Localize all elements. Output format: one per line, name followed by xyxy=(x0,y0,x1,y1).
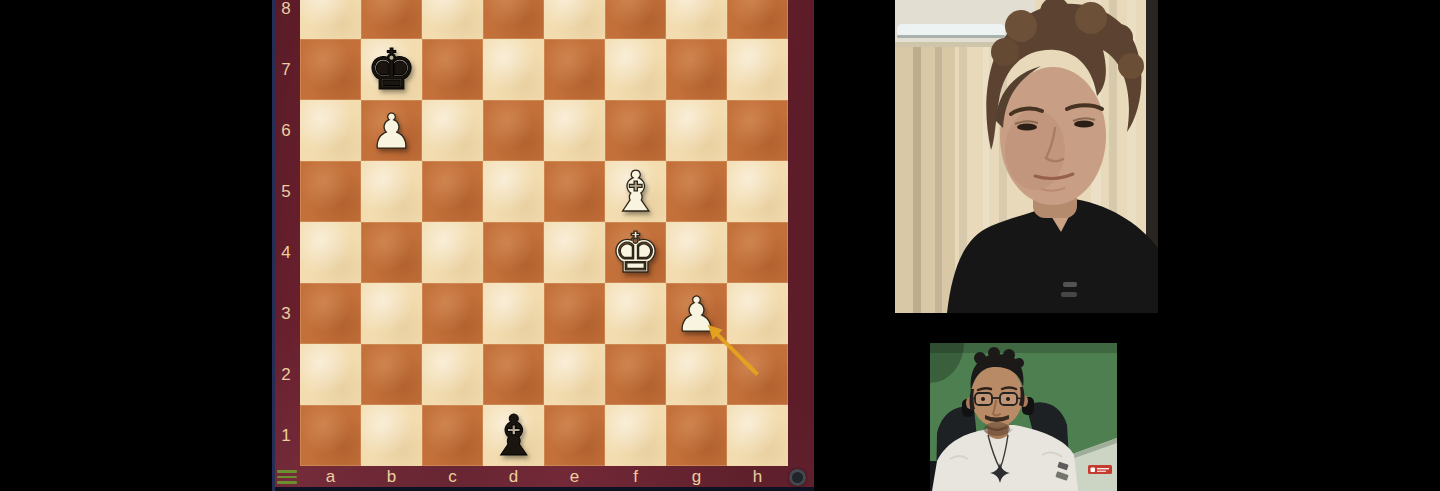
square-b2[interactable] xyxy=(361,344,422,405)
top-webcam-illustration xyxy=(895,0,1158,313)
square-f2[interactable] xyxy=(605,344,666,405)
square-g1[interactable] xyxy=(666,405,727,466)
watermark-badge xyxy=(1088,465,1112,474)
rank-label-4: 4 xyxy=(272,222,300,283)
square-d6[interactable] xyxy=(483,100,544,161)
piece-black-bishop[interactable]: ♝ xyxy=(483,405,544,466)
file-labels: abcdefgh xyxy=(300,466,788,487)
piece-white-king[interactable]: ♚ xyxy=(605,222,666,283)
file-label-f: f xyxy=(605,466,666,487)
square-h3[interactable] xyxy=(727,283,788,344)
square-e4[interactable] xyxy=(544,222,605,283)
rank-label-3: 3 xyxy=(272,283,300,344)
rank-labels: 87654321 xyxy=(272,0,300,466)
broadcast-stage: 87654321 ♚♟♝♚♟♝ abcdefgh xyxy=(0,0,1440,491)
board-squares: ♚♟♝♚♟♝ xyxy=(300,0,788,466)
square-b6[interactable]: ♟ xyxy=(361,100,422,161)
rank-label-1: 1 xyxy=(272,405,300,466)
square-d2[interactable] xyxy=(483,344,544,405)
chessboard: 87654321 ♚♟♝♚♟♝ abcdefgh xyxy=(272,0,814,491)
square-f4[interactable]: ♚ xyxy=(605,222,666,283)
bottom-webcam-illustration xyxy=(930,343,1117,491)
square-d7[interactable] xyxy=(483,39,544,100)
square-g5[interactable] xyxy=(666,161,727,222)
square-a2[interactable] xyxy=(300,344,361,405)
square-f7[interactable] xyxy=(605,39,666,100)
square-h5[interactable] xyxy=(727,161,788,222)
square-c7[interactable] xyxy=(422,39,483,100)
square-c3[interactable] xyxy=(422,283,483,344)
rank-label-5: 5 xyxy=(272,161,300,222)
piece-white-bishop[interactable]: ♝ xyxy=(605,161,666,222)
rank-label-6: 6 xyxy=(272,100,300,161)
square-h1[interactable] xyxy=(727,405,788,466)
square-f6[interactable] xyxy=(605,100,666,161)
square-h2[interactable] xyxy=(727,344,788,405)
square-b1[interactable] xyxy=(361,405,422,466)
square-g2[interactable] xyxy=(666,344,727,405)
file-label-a: a xyxy=(300,466,361,487)
file-label-c: c xyxy=(422,466,483,487)
square-f5[interactable]: ♝ xyxy=(605,161,666,222)
settings-dot-icon[interactable] xyxy=(789,469,806,486)
square-e5[interactable] xyxy=(544,161,605,222)
file-label-b: b xyxy=(361,466,422,487)
square-g4[interactable] xyxy=(666,222,727,283)
square-d4[interactable] xyxy=(483,222,544,283)
square-a4[interactable] xyxy=(300,222,361,283)
square-h8[interactable] xyxy=(727,0,788,39)
square-e1[interactable] xyxy=(544,405,605,466)
square-c4[interactable] xyxy=(422,222,483,283)
square-g8[interactable] xyxy=(666,0,727,39)
square-b8[interactable] xyxy=(361,0,422,39)
square-e8[interactable] xyxy=(544,0,605,39)
square-h7[interactable] xyxy=(727,39,788,100)
square-g6[interactable] xyxy=(666,100,727,161)
file-label-e: e xyxy=(544,466,605,487)
rank-label-7: 7 xyxy=(272,39,300,100)
square-a6[interactable] xyxy=(300,100,361,161)
square-e6[interactable] xyxy=(544,100,605,161)
square-b7[interactable]: ♚ xyxy=(361,39,422,100)
square-d8[interactable] xyxy=(483,0,544,39)
square-f3[interactable] xyxy=(605,283,666,344)
bottom-webcam-video xyxy=(930,343,1117,491)
piece-white-pawn[interactable]: ♟ xyxy=(666,283,727,344)
square-h4[interactable] xyxy=(727,222,788,283)
square-d1[interactable]: ♝ xyxy=(483,405,544,466)
square-c2[interactable] xyxy=(422,344,483,405)
menu-icon[interactable] xyxy=(277,470,297,487)
square-c5[interactable] xyxy=(422,161,483,222)
square-d3[interactable] xyxy=(483,283,544,344)
square-b3[interactable] xyxy=(361,283,422,344)
rank-label-8: 8 xyxy=(272,0,300,39)
piece-white-pawn[interactable]: ♟ xyxy=(361,100,422,161)
square-c8[interactable] xyxy=(422,0,483,39)
square-c1[interactable] xyxy=(422,405,483,466)
square-a3[interactable] xyxy=(300,283,361,344)
square-f1[interactable] xyxy=(605,405,666,466)
square-d5[interactable] xyxy=(483,161,544,222)
square-e3[interactable] xyxy=(544,283,605,344)
square-b4[interactable] xyxy=(361,222,422,283)
rank-label-2: 2 xyxy=(272,344,300,405)
square-e7[interactable] xyxy=(544,39,605,100)
square-e2[interactable] xyxy=(544,344,605,405)
file-label-h: h xyxy=(727,466,788,487)
square-a5[interactable] xyxy=(300,161,361,222)
square-f8[interactable] xyxy=(605,0,666,39)
square-b5[interactable] xyxy=(361,161,422,222)
square-a7[interactable] xyxy=(300,39,361,100)
piece-black-king[interactable]: ♚ xyxy=(361,39,422,100)
square-a1[interactable] xyxy=(300,405,361,466)
square-a8[interactable] xyxy=(300,0,361,39)
square-g7[interactable] xyxy=(666,39,727,100)
file-label-g: g xyxy=(666,466,727,487)
file-label-d: d xyxy=(483,466,544,487)
square-h6[interactable] xyxy=(727,100,788,161)
top-webcam-video xyxy=(895,0,1158,313)
square-c6[interactable] xyxy=(422,100,483,161)
square-g3[interactable]: ♟ xyxy=(666,283,727,344)
